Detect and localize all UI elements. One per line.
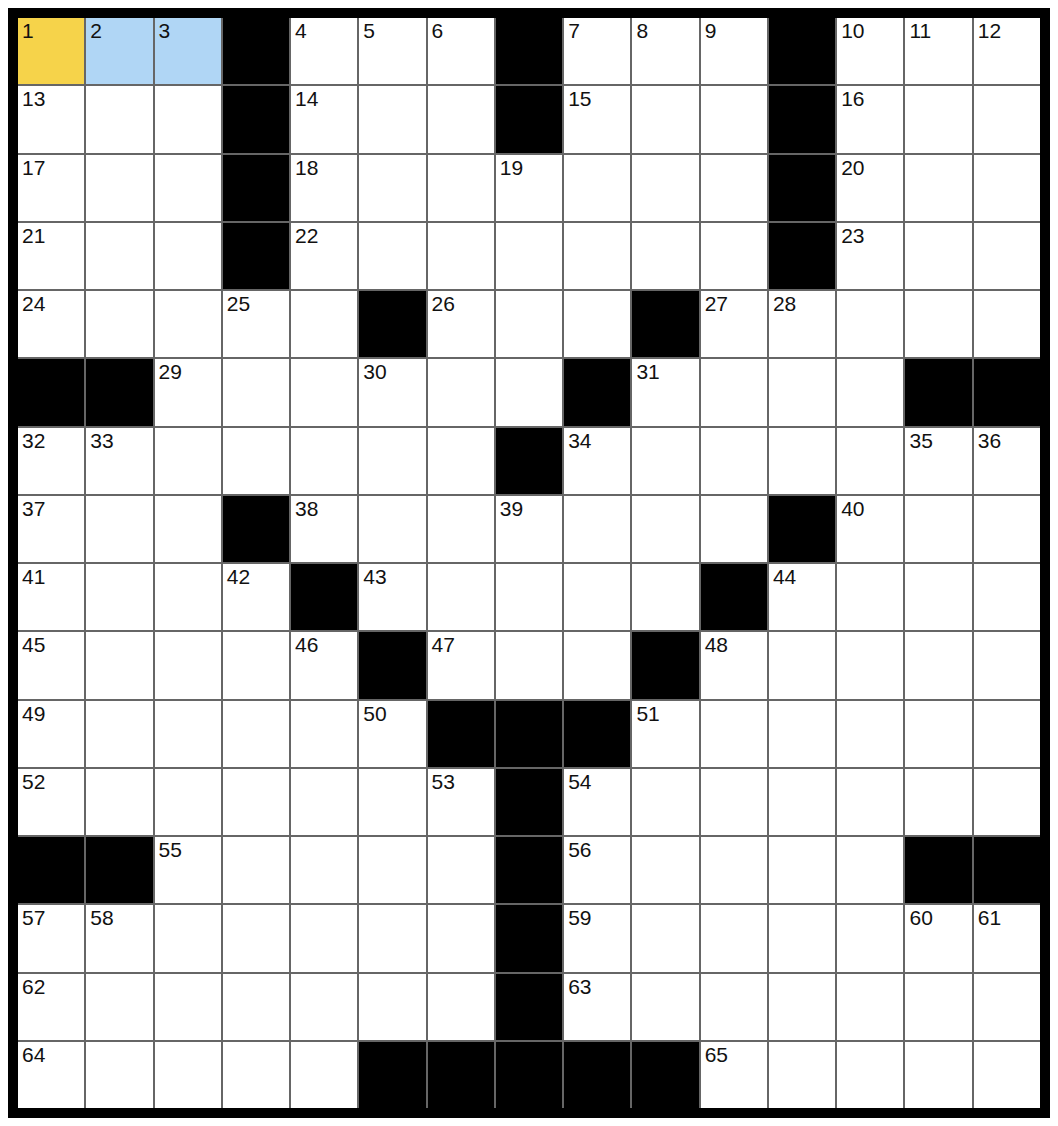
clue-number: 21	[22, 224, 45, 248]
black-cell-r13c1	[18, 837, 84, 903]
cell-r13c7[interactable]	[428, 837, 494, 903]
cell-r8c7[interactable]	[428, 496, 494, 562]
clue-number: 62	[22, 975, 45, 999]
cell-r7c5[interactable]	[291, 428, 357, 494]
black-cell-r13c2	[86, 837, 152, 903]
cell-r1c6[interactable]: 5	[359, 18, 425, 84]
black-cell-r8c4	[223, 496, 289, 562]
cell-r6c5[interactable]	[291, 359, 357, 425]
cell-r3c5[interactable]: 18	[291, 155, 357, 221]
cell-r4c5[interactable]: 22	[291, 223, 357, 289]
cell-r16c5[interactable]	[291, 1042, 357, 1108]
cell-r13c11[interactable]	[701, 837, 767, 903]
clue-number: 35	[909, 429, 932, 453]
cell-r5c12[interactable]: 28	[769, 291, 835, 357]
cell-r1c1[interactable]: 1	[18, 18, 84, 84]
cell-r2c2[interactable]	[86, 86, 152, 152]
cell-r7c3[interactable]	[155, 428, 221, 494]
cell-r6c11[interactable]	[701, 359, 767, 425]
clue-number: 38	[295, 497, 318, 521]
cell-r11c2[interactable]	[86, 701, 152, 767]
black-cell-r6c9	[564, 359, 630, 425]
clue-number: 31	[636, 360, 659, 384]
cell-r4c3[interactable]	[155, 223, 221, 289]
cell-r5c5[interactable]	[291, 291, 357, 357]
cell-r11c3[interactable]	[155, 701, 221, 767]
clue-number: 60	[909, 906, 932, 930]
cell-r3c2[interactable]	[86, 155, 152, 221]
cell-r16c13[interactable]	[837, 1042, 903, 1108]
cell-r16c12[interactable]	[769, 1042, 835, 1108]
cell-r8c1[interactable]: 37	[18, 496, 84, 562]
clue-number: 29	[159, 360, 182, 384]
clue-number: 16	[841, 87, 864, 111]
cell-r9c4[interactable]: 42	[223, 564, 289, 630]
black-cell-r6c2	[86, 359, 152, 425]
clue-number: 50	[363, 702, 386, 726]
cell-r2c3[interactable]	[155, 86, 221, 152]
cell-r8c2[interactable]	[86, 496, 152, 562]
cell-r1c11[interactable]: 9	[701, 18, 767, 84]
cell-r5c9[interactable]	[564, 291, 630, 357]
cell-r10c12[interactable]	[769, 632, 835, 698]
cell-r15c4[interactable]	[223, 974, 289, 1040]
cell-r6c4[interactable]	[223, 359, 289, 425]
cell-r2c5[interactable]: 14	[291, 86, 357, 152]
cell-r14c3[interactable]	[155, 905, 221, 971]
cell-r7c1[interactable]: 32	[18, 428, 84, 494]
clue-number: 26	[432, 292, 455, 316]
black-cell-r2c4	[223, 86, 289, 152]
cell-r12c6[interactable]	[359, 769, 425, 835]
clue-number: 11	[909, 19, 931, 43]
cell-r7c6[interactable]	[359, 428, 425, 494]
cell-r15c15[interactable]	[974, 974, 1040, 1040]
cell-r7c4[interactable]	[223, 428, 289, 494]
clue-number: 32	[22, 429, 45, 453]
cell-r5c4[interactable]: 25	[223, 291, 289, 357]
cell-r8c10[interactable]	[632, 496, 698, 562]
clue-number: 43	[363, 565, 386, 589]
cell-r13c12[interactable]	[769, 837, 835, 903]
cell-r7c13[interactable]	[837, 428, 903, 494]
cell-r15c11[interactable]	[701, 974, 767, 1040]
cell-r9c14[interactable]	[905, 564, 971, 630]
cell-r3c13[interactable]: 20	[837, 155, 903, 221]
black-cell-r16c10	[632, 1042, 698, 1108]
cell-r2c1[interactable]: 13	[18, 86, 84, 152]
clue-number: 49	[22, 702, 45, 726]
cell-r10c2[interactable]	[86, 632, 152, 698]
black-cell-r6c1	[18, 359, 84, 425]
black-cell-r2c8	[496, 86, 562, 152]
clue-number: 23	[841, 224, 864, 248]
cell-r14c2[interactable]: 58	[86, 905, 152, 971]
cell-r13c10[interactable]	[632, 837, 698, 903]
black-cell-r16c6	[359, 1042, 425, 1108]
cell-r12c10[interactable]	[632, 769, 698, 835]
cell-r3c7[interactable]	[428, 155, 494, 221]
clue-number: 55	[159, 838, 182, 862]
cell-r10c8[interactable]	[496, 632, 562, 698]
cell-r2c7[interactable]	[428, 86, 494, 152]
black-cell-r4c4	[223, 223, 289, 289]
cell-r1c9[interactable]: 7	[564, 18, 630, 84]
cell-r11c10[interactable]: 51	[632, 701, 698, 767]
cell-r11c5[interactable]	[291, 701, 357, 767]
cell-r5c7[interactable]: 26	[428, 291, 494, 357]
cell-r15c6[interactable]	[359, 974, 425, 1040]
cell-r13c6[interactable]	[359, 837, 425, 903]
cell-r11c14[interactable]	[905, 701, 971, 767]
cell-r10c9[interactable]	[564, 632, 630, 698]
cell-r6c6[interactable]: 30	[359, 359, 425, 425]
clue-number: 54	[568, 770, 591, 794]
cell-r4c1[interactable]: 21	[18, 223, 84, 289]
cell-r7c14[interactable]: 35	[905, 428, 971, 494]
cell-r15c5[interactable]	[291, 974, 357, 1040]
cell-r8c15[interactable]	[974, 496, 1040, 562]
cell-r2c14[interactable]	[905, 86, 971, 152]
black-cell-r13c8	[496, 837, 562, 903]
cell-r8c3[interactable]	[155, 496, 221, 562]
cell-r11c11[interactable]	[701, 701, 767, 767]
clue-number: 48	[705, 633, 728, 657]
clue-number: 47	[432, 633, 455, 657]
black-cell-r11c7	[428, 701, 494, 767]
clue-number: 2	[90, 19, 102, 43]
cell-r4c8[interactable]	[496, 223, 562, 289]
clue-number: 1	[22, 19, 34, 43]
cell-r9c6[interactable]: 43	[359, 564, 425, 630]
cell-r3c1[interactable]: 17	[18, 155, 84, 221]
cell-r9c15[interactable]	[974, 564, 1040, 630]
black-cell-r3c4	[223, 155, 289, 221]
clue-number: 63	[568, 975, 591, 999]
cell-r5c14[interactable]	[905, 291, 971, 357]
black-cell-r13c15	[974, 837, 1040, 903]
cell-r16c14[interactable]	[905, 1042, 971, 1108]
clue-number: 56	[568, 838, 591, 862]
cell-r11c4[interactable]	[223, 701, 289, 767]
cell-r15c9[interactable]: 63	[564, 974, 630, 1040]
cell-r6c10[interactable]: 31	[632, 359, 698, 425]
cell-r14c1[interactable]: 57	[18, 905, 84, 971]
black-cell-r11c8	[496, 701, 562, 767]
clue-number: 34	[568, 429, 591, 453]
clue-number: 39	[500, 497, 523, 521]
cell-r4c13[interactable]: 23	[837, 223, 903, 289]
cell-r14c10[interactable]	[632, 905, 698, 971]
cell-r12c13[interactable]	[837, 769, 903, 835]
cell-r13c3[interactable]: 55	[155, 837, 221, 903]
cell-r12c5[interactable]	[291, 769, 357, 835]
cell-r7c9[interactable]: 34	[564, 428, 630, 494]
cell-r14c7[interactable]	[428, 905, 494, 971]
cell-r12c15[interactable]	[974, 769, 1040, 835]
cell-r3c11[interactable]	[701, 155, 767, 221]
clue-number: 58	[90, 906, 113, 930]
cell-r13c5[interactable]	[291, 837, 357, 903]
black-cell-r2c12	[769, 86, 835, 152]
cell-r1c3[interactable]: 3	[155, 18, 221, 84]
black-cell-r5c6	[359, 291, 425, 357]
cell-r2c9[interactable]: 15	[564, 86, 630, 152]
clue-number: 28	[773, 292, 796, 316]
crossword-board: 1234567891011121314151617181920212223242…	[8, 8, 1050, 1118]
cell-r3c10[interactable]	[632, 155, 698, 221]
cell-r8c8[interactable]: 39	[496, 496, 562, 562]
cell-r10c4[interactable]	[223, 632, 289, 698]
black-cell-r10c10	[632, 632, 698, 698]
cell-r10c3[interactable]	[155, 632, 221, 698]
clue-number: 14	[295, 87, 318, 111]
cell-r5c11[interactable]: 27	[701, 291, 767, 357]
cell-r9c7[interactable]	[428, 564, 494, 630]
cell-r13c13[interactable]	[837, 837, 903, 903]
cell-r10c11[interactable]: 48	[701, 632, 767, 698]
cell-r6c7[interactable]	[428, 359, 494, 425]
cell-r12c14[interactable]	[905, 769, 971, 835]
cell-r9c12[interactable]: 44	[769, 564, 835, 630]
black-cell-r8c12	[769, 496, 835, 562]
cell-r1c7[interactable]: 6	[428, 18, 494, 84]
clue-number: 59	[568, 906, 591, 930]
cell-r7c10[interactable]	[632, 428, 698, 494]
clue-number: 9	[705, 19, 717, 43]
cell-r5c15[interactable]	[974, 291, 1040, 357]
cell-r12c11[interactable]	[701, 769, 767, 835]
cell-r5c2[interactable]	[86, 291, 152, 357]
clue-number: 42	[227, 565, 250, 589]
cell-r16c1[interactable]: 64	[18, 1042, 84, 1108]
cell-r15c2[interactable]	[86, 974, 152, 1040]
cell-r16c11[interactable]: 65	[701, 1042, 767, 1108]
clue-number: 17	[22, 156, 45, 180]
cell-r3c14[interactable]	[905, 155, 971, 221]
cell-r9c13[interactable]	[837, 564, 903, 630]
cell-r14c11[interactable]	[701, 905, 767, 971]
cell-r4c10[interactable]	[632, 223, 698, 289]
cell-r8c9[interactable]	[564, 496, 630, 562]
cell-r15c1[interactable]: 62	[18, 974, 84, 1040]
cell-r11c13[interactable]	[837, 701, 903, 767]
cell-r4c7[interactable]	[428, 223, 494, 289]
clue-number: 61	[978, 906, 1001, 930]
cell-r16c15[interactable]	[974, 1042, 1040, 1108]
cell-r15c14[interactable]	[905, 974, 971, 1040]
cell-r3c3[interactable]	[155, 155, 221, 221]
cell-r3c6[interactable]	[359, 155, 425, 221]
cell-r11c6[interactable]: 50	[359, 701, 425, 767]
black-cell-r7c8	[496, 428, 562, 494]
clue-number: 22	[295, 224, 318, 248]
cell-r9c9[interactable]	[564, 564, 630, 630]
black-cell-r11c9	[564, 701, 630, 767]
clue-number: 57	[22, 906, 45, 930]
cell-r2c15[interactable]	[974, 86, 1040, 152]
clue-number: 65	[705, 1043, 728, 1067]
cell-r1c14[interactable]: 11	[905, 18, 971, 84]
cell-r7c2[interactable]: 33	[86, 428, 152, 494]
cell-r15c13[interactable]	[837, 974, 903, 1040]
cell-r1c10[interactable]: 8	[632, 18, 698, 84]
cell-r11c12[interactable]	[769, 701, 835, 767]
cell-r12c7[interactable]: 53	[428, 769, 494, 835]
black-cell-r1c8	[496, 18, 562, 84]
clue-number: 5	[363, 19, 375, 43]
clue-number: 24	[22, 292, 45, 316]
clue-number: 52	[22, 770, 45, 794]
cell-r12c3[interactable]	[155, 769, 221, 835]
black-cell-r6c15	[974, 359, 1040, 425]
cell-r2c11[interactable]	[701, 86, 767, 152]
cell-r12c1[interactable]: 52	[18, 769, 84, 835]
cell-r12c2[interactable]	[86, 769, 152, 835]
cell-r10c14[interactable]	[905, 632, 971, 698]
black-cell-r16c7	[428, 1042, 494, 1108]
cell-r9c3[interactable]	[155, 564, 221, 630]
cell-r4c14[interactable]	[905, 223, 971, 289]
cell-r14c5[interactable]	[291, 905, 357, 971]
crossword-grid: 1234567891011121314151617181920212223242…	[18, 18, 1040, 1108]
clue-number: 45	[22, 633, 45, 657]
cell-r4c6[interactable]	[359, 223, 425, 289]
black-cell-r6c14	[905, 359, 971, 425]
cell-r1c5[interactable]: 4	[291, 18, 357, 84]
cell-r16c3[interactable]	[155, 1042, 221, 1108]
black-cell-r16c9	[564, 1042, 630, 1108]
clue-number: 36	[978, 429, 1001, 453]
black-cell-r16c8	[496, 1042, 562, 1108]
clue-number: 13	[22, 87, 45, 111]
cell-r5c8[interactable]	[496, 291, 562, 357]
cell-r8c14[interactable]	[905, 496, 971, 562]
cell-r10c15[interactable]	[974, 632, 1040, 698]
cell-r16c2[interactable]	[86, 1042, 152, 1108]
cell-r11c15[interactable]	[974, 701, 1040, 767]
cell-r7c11[interactable]	[701, 428, 767, 494]
black-cell-r12c8	[496, 769, 562, 835]
cell-r3c9[interactable]	[564, 155, 630, 221]
clue-number: 20	[841, 156, 864, 180]
cell-r3c8[interactable]: 19	[496, 155, 562, 221]
cell-r4c11[interactable]	[701, 223, 767, 289]
clue-number: 44	[773, 565, 796, 589]
black-cell-r9c11	[701, 564, 767, 630]
cell-r5c13[interactable]	[837, 291, 903, 357]
clue-number: 30	[363, 360, 386, 384]
cell-r5c3[interactable]	[155, 291, 221, 357]
cell-r14c14[interactable]: 60	[905, 905, 971, 971]
cell-r14c9[interactable]: 59	[564, 905, 630, 971]
cell-r9c10[interactable]	[632, 564, 698, 630]
cell-r2c6[interactable]	[359, 86, 425, 152]
cell-r9c2[interactable]	[86, 564, 152, 630]
cell-r12c4[interactable]	[223, 769, 289, 835]
cell-r7c7[interactable]	[428, 428, 494, 494]
cell-r9c8[interactable]	[496, 564, 562, 630]
black-cell-r1c12	[769, 18, 835, 84]
cell-r11c1[interactable]: 49	[18, 701, 84, 767]
cell-r8c5[interactable]: 38	[291, 496, 357, 562]
black-cell-r15c8	[496, 974, 562, 1040]
clue-number: 33	[90, 429, 113, 453]
cell-r10c13[interactable]	[837, 632, 903, 698]
cell-r6c3[interactable]: 29	[155, 359, 221, 425]
cell-r1c13[interactable]: 10	[837, 18, 903, 84]
black-cell-r3c12	[769, 155, 835, 221]
cell-r10c1[interactable]: 45	[18, 632, 84, 698]
cell-r14c12[interactable]	[769, 905, 835, 971]
clue-number: 27	[705, 292, 728, 316]
clue-number: 18	[295, 156, 318, 180]
cell-r6c12[interactable]	[769, 359, 835, 425]
clue-number: 41	[22, 565, 45, 589]
cell-r13c9[interactable]: 56	[564, 837, 630, 903]
clue-number: 8	[636, 19, 648, 43]
cell-r6c8[interactable]	[496, 359, 562, 425]
cell-r14c13[interactable]	[837, 905, 903, 971]
clue-number: 12	[978, 19, 1001, 43]
cell-r15c3[interactable]	[155, 974, 221, 1040]
cell-r3c15[interactable]	[974, 155, 1040, 221]
cell-r9c1[interactable]: 41	[18, 564, 84, 630]
clue-number: 53	[432, 770, 455, 794]
cell-r8c6[interactable]	[359, 496, 425, 562]
black-cell-r14c8	[496, 905, 562, 971]
cell-r7c12[interactable]	[769, 428, 835, 494]
cell-r5c1[interactable]: 24	[18, 291, 84, 357]
cell-r15c7[interactable]	[428, 974, 494, 1040]
black-cell-r1c4	[223, 18, 289, 84]
clue-number: 25	[227, 292, 250, 316]
cell-r14c6[interactable]	[359, 905, 425, 971]
cell-r12c9[interactable]: 54	[564, 769, 630, 835]
cell-r1c15[interactable]: 12	[974, 18, 1040, 84]
cell-r16c4[interactable]	[223, 1042, 289, 1108]
cell-r14c4[interactable]	[223, 905, 289, 971]
black-cell-r10c6	[359, 632, 425, 698]
clue-number: 19	[500, 156, 523, 180]
cell-r12c12[interactable]	[769, 769, 835, 835]
cell-r6c13[interactable]	[837, 359, 903, 425]
cell-r10c5[interactable]: 46	[291, 632, 357, 698]
cell-r7c15[interactable]: 36	[974, 428, 1040, 494]
cell-r15c10[interactable]	[632, 974, 698, 1040]
cell-r2c10[interactable]	[632, 86, 698, 152]
cell-r4c2[interactable]	[86, 223, 152, 289]
cell-r8c13[interactable]: 40	[837, 496, 903, 562]
crossword-page: 1234567891011121314151617181920212223242…	[0, 0, 1058, 1126]
cell-r1c2[interactable]: 2	[86, 18, 152, 84]
black-cell-r4c12	[769, 223, 835, 289]
clue-number: 15	[568, 87, 591, 111]
cell-r8c11[interactable]	[701, 496, 767, 562]
black-cell-r13c14	[905, 837, 971, 903]
clue-number: 64	[22, 1043, 45, 1067]
cell-r10c7[interactable]: 47	[428, 632, 494, 698]
cell-r4c15[interactable]	[974, 223, 1040, 289]
cell-r14c15[interactable]: 61	[974, 905, 1040, 971]
cell-r2c13[interactable]: 16	[837, 86, 903, 152]
clue-number: 46	[295, 633, 318, 657]
cell-r4c9[interactable]	[564, 223, 630, 289]
cell-r15c12[interactable]	[769, 974, 835, 1040]
clue-number: 10	[841, 19, 864, 43]
clue-number: 7	[568, 19, 580, 43]
cell-r13c4[interactable]	[223, 837, 289, 903]
